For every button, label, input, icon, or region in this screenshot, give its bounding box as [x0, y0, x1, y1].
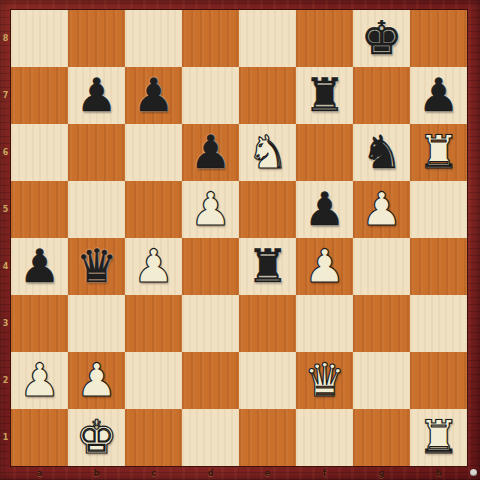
square-d6[interactable]: ♟: [182, 124, 239, 181]
square-g7[interactable]: [353, 67, 410, 124]
square-d1[interactable]: [182, 409, 239, 466]
black-knight-piece[interactable]: ♞: [361, 124, 402, 181]
side-to-move-indicator: [470, 469, 477, 476]
white-king-piece[interactable]: ♚: [76, 409, 117, 466]
square-h1[interactable]: ♜: [410, 409, 467, 466]
square-d5[interactable]: ♟: [182, 181, 239, 238]
black-rook-piece[interactable]: ♜: [304, 67, 345, 124]
square-e5[interactable]: [239, 181, 296, 238]
rank-label-1: 1: [0, 409, 11, 466]
square-d7[interactable]: [182, 67, 239, 124]
square-d8[interactable]: [182, 10, 239, 67]
square-e4[interactable]: ♜: [239, 238, 296, 295]
square-b7[interactable]: ♟: [68, 67, 125, 124]
square-a2[interactable]: ♟: [11, 352, 68, 409]
square-d4[interactable]: [182, 238, 239, 295]
square-h6[interactable]: ♜: [410, 124, 467, 181]
square-f7[interactable]: ♜: [296, 67, 353, 124]
square-b3[interactable]: [68, 295, 125, 352]
square-a6[interactable]: [11, 124, 68, 181]
white-pawn-piece[interactable]: ♟: [76, 352, 117, 409]
square-f3[interactable]: [296, 295, 353, 352]
white-queen-piece[interactable]: ♛: [304, 352, 345, 409]
file-label-a: a: [11, 466, 68, 480]
square-e2[interactable]: [239, 352, 296, 409]
chess-board-frame: 87654321 abcdefgh ♚♟♟♜♟♟♞♞♜♟♟♟♟♛♟♜♟♟♟♛♚♜: [0, 0, 480, 480]
square-b1[interactable]: ♚: [68, 409, 125, 466]
square-b2[interactable]: ♟: [68, 352, 125, 409]
white-pawn-piece[interactable]: ♟: [304, 238, 345, 295]
rank-label-5: 5: [0, 181, 11, 238]
square-f4[interactable]: ♟: [296, 238, 353, 295]
rank-label-7: 7: [0, 67, 11, 124]
file-label-c: c: [125, 466, 182, 480]
square-d3[interactable]: [182, 295, 239, 352]
black-rook-piece[interactable]: ♜: [247, 238, 288, 295]
square-c8[interactable]: [125, 10, 182, 67]
square-f8[interactable]: [296, 10, 353, 67]
square-e3[interactable]: [239, 295, 296, 352]
file-label-d: d: [182, 466, 239, 480]
square-h4[interactable]: [410, 238, 467, 295]
rank-label-6: 6: [0, 124, 11, 181]
white-rook-piece[interactable]: ♜: [418, 124, 459, 181]
square-g5[interactable]: ♟: [353, 181, 410, 238]
square-g6[interactable]: ♞: [353, 124, 410, 181]
square-g3[interactable]: [353, 295, 410, 352]
square-b8[interactable]: [68, 10, 125, 67]
square-h3[interactable]: [410, 295, 467, 352]
square-f6[interactable]: [296, 124, 353, 181]
square-g2[interactable]: [353, 352, 410, 409]
square-a1[interactable]: [11, 409, 68, 466]
black-queen-piece[interactable]: ♛: [76, 238, 117, 295]
square-f1[interactable]: [296, 409, 353, 466]
white-pawn-piece[interactable]: ♟: [133, 238, 174, 295]
square-g4[interactable]: [353, 238, 410, 295]
square-a4[interactable]: ♟: [11, 238, 68, 295]
square-f5[interactable]: ♟: [296, 181, 353, 238]
square-a5[interactable]: [11, 181, 68, 238]
square-e1[interactable]: [239, 409, 296, 466]
black-king-piece[interactable]: ♚: [361, 10, 402, 67]
white-rook-piece[interactable]: ♜: [418, 409, 459, 466]
square-a8[interactable]: [11, 10, 68, 67]
black-pawn-piece[interactable]: ♟: [304, 181, 345, 238]
white-pawn-piece[interactable]: ♟: [361, 181, 402, 238]
square-e8[interactable]: [239, 10, 296, 67]
square-c4[interactable]: ♟: [125, 238, 182, 295]
square-f2[interactable]: ♛: [296, 352, 353, 409]
black-pawn-piece[interactable]: ♟: [19, 238, 60, 295]
square-b4[interactable]: ♛: [68, 238, 125, 295]
rank-label-3: 3: [0, 295, 11, 352]
square-h5[interactable]: [410, 181, 467, 238]
square-h2[interactable]: [410, 352, 467, 409]
square-h7[interactable]: ♟: [410, 67, 467, 124]
black-pawn-piece[interactable]: ♟: [190, 124, 231, 181]
square-c5[interactable]: [125, 181, 182, 238]
rank-label-4: 4: [0, 238, 11, 295]
file-label-e: e: [239, 466, 296, 480]
white-knight-piece[interactable]: ♞: [247, 124, 288, 181]
white-pawn-piece[interactable]: ♟: [19, 352, 60, 409]
square-c3[interactable]: [125, 295, 182, 352]
file-label-g: g: [353, 466, 410, 480]
file-label-f: f: [296, 466, 353, 480]
square-b5[interactable]: [68, 181, 125, 238]
black-pawn-piece[interactable]: ♟: [418, 67, 459, 124]
square-c1[interactable]: [125, 409, 182, 466]
rank-label-2: 2: [0, 352, 11, 409]
black-pawn-piece[interactable]: ♟: [76, 67, 117, 124]
square-c2[interactable]: [125, 352, 182, 409]
file-labels: abcdefgh: [11, 466, 467, 480]
square-b6[interactable]: [68, 124, 125, 181]
square-d2[interactable]: [182, 352, 239, 409]
square-g1[interactable]: [353, 409, 410, 466]
rank-label-8: 8: [0, 10, 11, 67]
square-e7[interactable]: [239, 67, 296, 124]
white-pawn-piece[interactable]: ♟: [190, 181, 231, 238]
square-c6[interactable]: [125, 124, 182, 181]
square-c7[interactable]: ♟: [125, 67, 182, 124]
square-a7[interactable]: [11, 67, 68, 124]
square-e6[interactable]: ♞: [239, 124, 296, 181]
black-pawn-piece[interactable]: ♟: [133, 67, 174, 124]
square-g8[interactable]: ♚: [353, 10, 410, 67]
file-label-b: b: [68, 466, 125, 480]
square-h8[interactable]: [410, 10, 467, 67]
rank-labels: 87654321: [0, 10, 11, 466]
file-label-h: h: [410, 466, 467, 480]
square-a3[interactable]: [11, 295, 68, 352]
chess-board: ♚♟♟♜♟♟♞♞♜♟♟♟♟♛♟♜♟♟♟♛♚♜: [11, 10, 467, 466]
